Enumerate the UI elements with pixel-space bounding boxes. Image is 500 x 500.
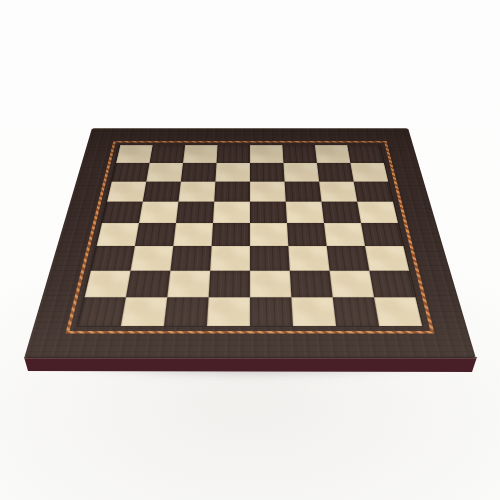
square-d3	[210, 246, 250, 271]
scene	[0, 0, 500, 500]
square-h3	[365, 246, 409, 271]
square-h7	[350, 163, 388, 182]
square-b8	[150, 145, 186, 163]
square-b1	[121, 297, 167, 326]
square-d8	[217, 145, 250, 163]
square-d4	[212, 223, 250, 246]
square-g3	[327, 246, 370, 271]
square-a6	[107, 182, 146, 202]
square-g5	[321, 202, 361, 223]
square-a2	[85, 271, 131, 298]
square-g2	[330, 271, 374, 298]
square-c7	[181, 163, 217, 182]
square-f1	[291, 297, 336, 326]
square-g8	[315, 145, 351, 163]
square-h2	[369, 271, 415, 298]
chess-board	[24, 128, 476, 358]
square-a8	[116, 145, 153, 163]
square-b6	[143, 182, 181, 202]
square-e7	[250, 163, 285, 182]
square-e3	[250, 246, 290, 271]
square-e8	[250, 145, 283, 163]
square-d7	[215, 163, 250, 182]
square-f4	[287, 223, 327, 246]
square-f3	[288, 246, 329, 271]
square-b2	[126, 271, 170, 298]
square-h1	[374, 297, 422, 326]
square-b5	[139, 202, 179, 223]
square-e2	[250, 271, 291, 298]
playing-field	[78, 145, 422, 326]
square-b3	[131, 246, 174, 271]
square-c2	[167, 271, 210, 298]
square-h6	[354, 182, 393, 202]
square-c8	[183, 145, 218, 163]
square-a5	[102, 202, 143, 223]
square-e5	[250, 202, 287, 223]
square-a3	[91, 246, 135, 271]
square-f7	[283, 163, 319, 182]
square-h5	[357, 202, 398, 223]
square-f6	[285, 182, 322, 202]
square-g7	[317, 163, 354, 182]
square-e1	[250, 297, 293, 326]
square-f8	[282, 145, 317, 163]
square-h4	[361, 223, 403, 246]
square-c6	[179, 182, 216, 202]
square-e6	[250, 182, 286, 202]
square-g6	[319, 182, 357, 202]
square-d1	[207, 297, 250, 326]
square-d2	[209, 271, 250, 298]
square-a7	[112, 163, 150, 182]
board-top-surface	[24, 128, 476, 358]
square-f2	[290, 271, 333, 298]
square-g1	[333, 297, 379, 326]
square-h8	[347, 145, 384, 163]
square-c1	[164, 297, 209, 326]
square-f5	[286, 202, 324, 223]
square-c4	[173, 223, 213, 246]
square-c5	[176, 202, 214, 223]
square-g4	[324, 223, 365, 246]
square-b4	[135, 223, 176, 246]
square-e4	[250, 223, 288, 246]
square-d5	[213, 202, 250, 223]
square-c3	[170, 246, 211, 271]
square-a4	[97, 223, 139, 246]
square-b7	[146, 163, 183, 182]
square-a1	[78, 297, 126, 326]
square-d6	[214, 182, 250, 202]
